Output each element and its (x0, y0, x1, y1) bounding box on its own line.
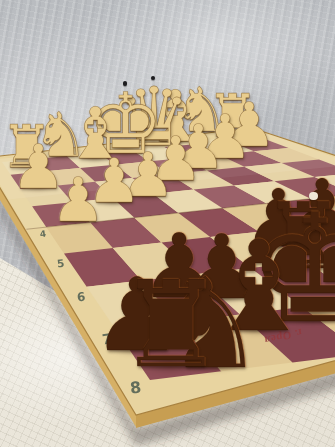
rank-label-4: 4 (39, 230, 46, 240)
rank-label-5: 5 (56, 258, 65, 269)
piece-white-pawn-g2: ♟ (51, 169, 106, 230)
piece-finial-white-tip (309, 192, 317, 200)
piece-finial-black-tip (123, 81, 128, 86)
rank-label-6: 6 (76, 291, 86, 304)
piece-black-rook-h8: ♜ (118, 266, 225, 385)
